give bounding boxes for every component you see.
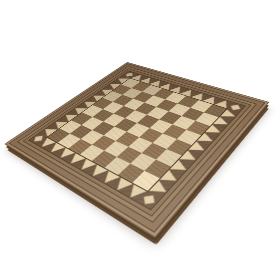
inlay-sawtooth-bottom	[148, 109, 239, 198]
square-c2	[142, 143, 167, 160]
square-a5	[80, 145, 104, 161]
product-photo-background	[0, 0, 280, 280]
inlay-triangle	[99, 170, 122, 186]
square-c5	[104, 127, 127, 141]
square-f2	[173, 116, 196, 130]
inlay-triangle	[124, 183, 148, 201]
square-c1	[156, 149, 182, 167]
square-d2	[153, 133, 177, 149]
square-f1	[186, 121, 210, 135]
inlay-triangle	[46, 142, 66, 155]
square-b5	[92, 135, 116, 150]
square-d4	[127, 123, 150, 137]
square-g1	[195, 112, 218, 126]
square-a7	[58, 134, 81, 149]
inlay-sawtooth-left	[37, 137, 147, 201]
inlay-triangle	[178, 150, 200, 165]
inlay-corner-diamond	[137, 191, 161, 209]
square-e1	[177, 130, 201, 145]
square-b4	[104, 141, 128, 157]
inlay-triangle	[76, 158, 97, 173]
square-b1	[145, 160, 171, 179]
square-c4	[116, 132, 140, 147]
chess-board	[4, 62, 269, 238]
inlay-triangle	[212, 116, 232, 128]
inlay-triangle	[158, 169, 181, 186]
square-b3	[117, 147, 142, 164]
square-b6	[81, 130, 104, 145]
inlay-triangle	[148, 180, 172, 198]
inlay-triangle	[169, 159, 191, 175]
square-a1	[132, 171, 159, 191]
square-a3	[105, 157, 131, 175]
inlay-triangle	[87, 164, 109, 180]
inlay-triangle	[204, 124, 224, 137]
inlay-triangle	[111, 177, 134, 194]
square-a6	[69, 139, 93, 154]
square-c3	[128, 137, 152, 153]
inlay-triangle	[187, 141, 208, 155]
inlay-triangle	[56, 147, 76, 161]
square-b2	[130, 153, 156, 171]
inlay-triangle	[37, 137, 56, 149]
square-d3	[139, 128, 163, 143]
square-a4	[92, 151, 117, 168]
square-a2	[118, 164, 144, 183]
inlay-triangle	[219, 109, 238, 120]
inlay-triangle	[66, 152, 87, 166]
square-d1	[167, 139, 192, 155]
square-e2	[163, 124, 187, 139]
square-e3	[150, 119, 173, 133]
inlay-triangle	[196, 132, 217, 145]
